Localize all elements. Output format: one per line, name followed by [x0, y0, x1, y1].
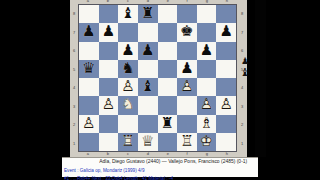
- chess-gui-capture: abcdefgh 87654321 ♝♜♟♟♚♟♟♟♟♛♞♟♟♙♝♟♙♟♙♞♘♟…: [62, 0, 258, 180]
- black-pawn-g6: ♟: [200, 43, 213, 58]
- square-a7[interactable]: ♟: [79, 23, 99, 41]
- square-b3[interactable]: ♟♙: [99, 96, 119, 114]
- square-g3[interactable]: ♟♙: [197, 96, 217, 114]
- square-g1[interactable]: ♚♔: [197, 133, 217, 151]
- square-c1[interactable]: ♜♖: [118, 133, 138, 151]
- square-d3[interactable]: [138, 96, 158, 114]
- square-b2[interactable]: [99, 115, 119, 133]
- file-label-e: e: [162, 152, 172, 155]
- black-pawn-f5: ♟: [180, 61, 193, 76]
- white-pawn-a2: ♙: [82, 116, 95, 131]
- file-label-f: f: [182, 0, 192, 2]
- black-knight-c5: ♞: [121, 61, 134, 76]
- players-result-line: Adla, Diego Gustavo (2440) — Vallejo Pon…: [99, 159, 221, 165]
- square-d4[interactable]: ♝: [138, 78, 158, 96]
- square-h6[interactable]: [216, 42, 236, 60]
- black-pawn-h7: ♟: [219, 24, 232, 39]
- white-bishop-g2: ♗: [200, 116, 213, 131]
- square-f2[interactable]: [177, 115, 197, 133]
- square-g2[interactable]: ♝♗: [197, 115, 217, 133]
- white-rook-c1: ♖: [121, 134, 134, 149]
- square-f7[interactable]: ♚: [177, 23, 197, 41]
- square-f3[interactable]: [177, 96, 197, 114]
- black-bishop-icon: ♝: [240, 67, 250, 78]
- rank-label-2: 2: [240, 120, 244, 129]
- square-f5[interactable]: ♟: [177, 60, 197, 78]
- square-f6[interactable]: [177, 42, 197, 60]
- square-b8[interactable]: [99, 5, 119, 23]
- rank-label-5: 5: [72, 64, 76, 73]
- rank-labels-left: 87654321: [70, 4, 78, 152]
- square-h1[interactable]: [216, 133, 236, 151]
- rank-label-4: 4: [240, 83, 244, 92]
- black-bishop-c8: ♝: [121, 6, 134, 21]
- square-e8[interactable]: [158, 5, 178, 23]
- square-b4[interactable]: [99, 78, 119, 96]
- square-d5[interactable]: [138, 60, 158, 78]
- square-c2[interactable]: [118, 115, 138, 133]
- square-d2[interactable]: [138, 115, 158, 133]
- black-rook-d8: ♜: [141, 6, 154, 21]
- rank-label-1: 1: [72, 138, 76, 147]
- rank-label-7: 7: [72, 27, 76, 36]
- file-label-g: g: [202, 0, 212, 2]
- black-queen-a5: ♛: [82, 61, 95, 76]
- square-e7[interactable]: [158, 23, 178, 41]
- black-rook-e2: ♜: [161, 116, 174, 131]
- square-a2[interactable]: ♟♙: [79, 115, 99, 133]
- black-pawn-c6: ♟: [121, 43, 134, 58]
- file-label-b: b: [103, 0, 113, 2]
- square-a6[interactable]: [79, 42, 99, 60]
- video-frame: abcdefgh 87654321 ♝♜♟♟♚♟♟♟♟♛♞♟♟♙♝♟♙♟♙♞♘♟…: [0, 0, 320, 180]
- rank-label-8: 8: [72, 9, 76, 18]
- white-pawn-h3: ♙: [219, 97, 232, 112]
- white-pawn-g3: ♙: [200, 97, 213, 112]
- square-a1[interactable]: [79, 133, 99, 151]
- black-bishop-d4: ♝: [141, 79, 154, 94]
- black-pawn-icon: ♟: [241, 57, 249, 66]
- square-a3[interactable]: [79, 96, 99, 114]
- square-b5[interactable]: [99, 60, 119, 78]
- rank-label-3: 3: [72, 101, 76, 110]
- square-b6[interactable]: [99, 42, 119, 60]
- rank-label-2: 2: [72, 120, 76, 129]
- white-rook-f1: ♖: [180, 134, 193, 149]
- file-label-e: e: [162, 0, 172, 2]
- black-pawn-d6: ♟: [141, 43, 154, 58]
- white-pawn-c4: ♙: [121, 79, 134, 94]
- square-f1[interactable]: ♜♖: [177, 133, 197, 151]
- white-king-g1: ♔: [200, 134, 213, 149]
- square-h5[interactable]: [216, 60, 236, 78]
- rank-label-7: 7: [240, 27, 244, 36]
- square-b1[interactable]: [99, 133, 119, 151]
- file-label-g: g: [202, 152, 212, 155]
- file-label-f: f: [182, 152, 192, 155]
- square-g7[interactable]: [197, 23, 217, 41]
- file-label-h: h: [222, 0, 232, 2]
- caption-footer: Adla, Diego Gustavo (2440) — Vallejo Pon…: [62, 157, 258, 177]
- square-a5[interactable]: ♛: [79, 60, 99, 78]
- black-pawn-a7: ♟: [82, 24, 95, 39]
- file-label-d: d: [143, 0, 153, 2]
- square-f4[interactable]: ♟♙: [177, 78, 197, 96]
- white-pawn-b3: ♙: [102, 97, 115, 112]
- file-label-a: a: [83, 152, 93, 155]
- white-pawn-f4: ♙: [180, 79, 193, 94]
- rank-label-3: 3: [240, 101, 244, 110]
- square-c8[interactable]: ♝: [118, 5, 138, 23]
- board-panel: abcdefgh 87654321 ♝♜♟♟♚♟♟♟♟♛♞♟♟♙♝♟♙♟♙♞♘♟…: [70, 0, 247, 157]
- material-balance-tray: ♟♝: [238, 57, 252, 78]
- square-g5[interactable]: [197, 60, 217, 78]
- square-c5[interactable]: ♞: [118, 60, 138, 78]
- square-h8[interactable]: [216, 5, 236, 23]
- file-label-c: c: [123, 152, 133, 155]
- file-label-d: d: [143, 152, 153, 155]
- rank-label-4: 4: [72, 83, 76, 92]
- rank-label-8: 8: [240, 9, 244, 18]
- move-status-line: #1 : ...Rxb4+ Next : 33.Qxb4 Length : 41…: [64, 176, 238, 180]
- rank-label-1: 1: [240, 138, 244, 147]
- square-c7[interactable]: [118, 23, 138, 41]
- rank-label-6: 6: [72, 46, 76, 55]
- square-f8[interactable]: [177, 5, 197, 23]
- square-d8[interactable]: ♜: [138, 5, 158, 23]
- square-e4[interactable]: [158, 78, 178, 96]
- square-h4[interactable]: [216, 78, 236, 96]
- black-king-f7: ♚: [180, 24, 193, 39]
- square-c4[interactable]: ♟♙: [118, 78, 138, 96]
- file-label-a: a: [83, 0, 93, 2]
- file-label-h: h: [222, 152, 232, 155]
- file-label-c: c: [123, 0, 133, 2]
- black-pawn-b7: ♟: [102, 24, 115, 39]
- square-e2[interactable]: ♜: [158, 115, 178, 133]
- white-queen-d1: ♕: [141, 134, 154, 149]
- square-a4[interactable]: [79, 78, 99, 96]
- event-line: Event : Galicia op, Mondariz (1999) 4/9: [64, 168, 238, 173]
- square-d1[interactable]: ♛♕: [138, 133, 158, 151]
- square-e5[interactable]: [158, 60, 178, 78]
- square-h2[interactable]: [216, 115, 236, 133]
- square-b7[interactable]: ♟: [99, 23, 119, 41]
- square-a8[interactable]: [79, 5, 99, 23]
- square-d6[interactable]: ♟: [138, 42, 158, 60]
- square-h7[interactable]: ♟: [216, 23, 236, 41]
- rank-label-6: 6: [240, 46, 244, 55]
- chess-board[interactable]: ♝♜♟♟♚♟♟♟♟♛♞♟♟♙♝♟♙♟♙♞♘♟♙♟♙♟♙♜♝♗♜♖♛♕♜♖♚♔: [78, 4, 237, 152]
- panel-right-edge: [255, 0, 266, 157]
- square-c3[interactable]: ♞♘: [118, 96, 138, 114]
- square-h3[interactable]: ♟♙: [216, 96, 236, 114]
- square-e3[interactable]: [158, 96, 178, 114]
- square-g8[interactable]: [197, 5, 217, 23]
- square-g4[interactable]: [197, 78, 217, 96]
- square-e1[interactable]: [158, 133, 178, 151]
- white-knight-c3: ♘: [121, 97, 134, 112]
- square-d7[interactable]: [138, 23, 158, 41]
- file-label-b: b: [103, 152, 113, 155]
- square-e6[interactable]: [158, 42, 178, 60]
- square-c6[interactable]: ♟: [118, 42, 138, 60]
- square-g6[interactable]: ♟: [197, 42, 217, 60]
